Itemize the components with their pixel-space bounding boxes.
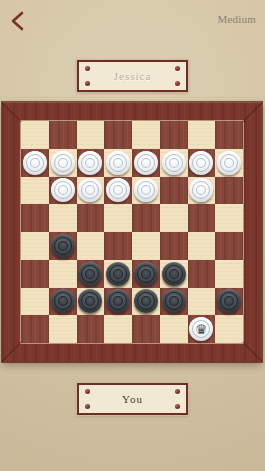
frame-miter	[1, 341, 22, 362]
piece-ring	[54, 237, 72, 255]
piece-ring	[81, 181, 99, 199]
square-r1c8[interactable]	[215, 121, 243, 149]
square-r5c4[interactable]	[104, 232, 132, 260]
board: ♛	[2, 102, 262, 362]
square-r8c7[interactable]: ♛	[188, 315, 216, 343]
piece-ring	[109, 154, 127, 172]
square-r6c7[interactable]	[188, 260, 216, 288]
square-r1c2[interactable]	[49, 121, 77, 149]
square-r8c5[interactable]	[132, 315, 160, 343]
square-r6c4[interactable]	[104, 260, 132, 288]
square-r8c6[interactable]	[160, 315, 188, 343]
square-r5c5[interactable]	[132, 232, 160, 260]
square-r7c2[interactable]	[49, 288, 77, 316]
square-r5c8[interactable]	[215, 232, 243, 260]
square-r4c4[interactable]	[104, 204, 132, 232]
screw-icon	[175, 66, 180, 71]
white-king-piece[interactable]: ♛	[189, 317, 213, 341]
piece-ring	[81, 292, 99, 310]
board-grid: ♛	[21, 121, 243, 343]
piece-ring	[109, 292, 127, 310]
white-piece[interactable]	[106, 178, 130, 202]
screw-icon	[175, 404, 180, 409]
square-r2c2[interactable]	[49, 149, 77, 177]
back-chevron-icon	[6, 8, 32, 34]
square-r6c6[interactable]	[160, 260, 188, 288]
piece-ring	[81, 154, 99, 172]
square-r3c6[interactable]	[160, 177, 188, 205]
square-r7c3[interactable]	[77, 288, 105, 316]
white-piece[interactable]	[51, 178, 75, 202]
white-piece[interactable]	[78, 151, 102, 175]
black-piece[interactable]	[51, 234, 75, 258]
piece-ring	[109, 265, 127, 283]
square-r6c2[interactable]	[49, 260, 77, 288]
screw-icon	[175, 389, 180, 394]
screw-icon	[85, 404, 90, 409]
square-r1c4[interactable]	[104, 121, 132, 149]
square-r8c3[interactable]	[77, 315, 105, 343]
square-r1c1[interactable]	[21, 121, 49, 149]
square-r3c5[interactable]	[132, 177, 160, 205]
difficulty-label: Medium	[218, 13, 256, 25]
square-r1c7[interactable]	[188, 121, 216, 149]
square-r4c7[interactable]	[188, 204, 216, 232]
piece-ring	[192, 181, 210, 199]
square-r5c3[interactable]	[77, 232, 105, 260]
opponent-nameplate: Jessica	[77, 60, 188, 92]
piece-ring	[54, 181, 72, 199]
black-piece[interactable]	[217, 289, 241, 313]
you-nameplate: You	[77, 383, 188, 415]
header: Medium	[0, 0, 265, 34]
white-piece[interactable]	[189, 178, 213, 202]
square-r4c8[interactable]	[215, 204, 243, 232]
square-r2c7[interactable]	[188, 149, 216, 177]
black-piece[interactable]	[106, 289, 130, 313]
square-r3c7[interactable]	[188, 177, 216, 205]
square-r2c5[interactable]	[132, 149, 160, 177]
screw-icon	[85, 66, 90, 71]
black-piece[interactable]	[78, 289, 102, 313]
frame-miter	[242, 102, 263, 123]
square-r1c3[interactable]	[77, 121, 105, 149]
white-piece[interactable]	[162, 151, 186, 175]
piece-ring	[165, 154, 183, 172]
piece-ring	[137, 154, 155, 172]
square-r8c4[interactable]	[104, 315, 132, 343]
piece-ring	[165, 265, 183, 283]
black-piece[interactable]	[106, 262, 130, 286]
square-r2c3[interactable]	[77, 149, 105, 177]
white-piece[interactable]	[134, 178, 158, 202]
square-r5c6[interactable]	[160, 232, 188, 260]
square-r7c8[interactable]	[215, 288, 243, 316]
black-piece[interactable]	[51, 289, 75, 313]
screw-icon	[85, 389, 90, 394]
white-piece[interactable]	[51, 151, 75, 175]
frame-miter	[242, 341, 263, 362]
square-r7c6[interactable]	[160, 288, 188, 316]
back-button[interactable]	[6, 8, 32, 34]
square-r2c6[interactable]	[160, 149, 188, 177]
square-r7c4[interactable]	[104, 288, 132, 316]
square-r7c1[interactable]	[21, 288, 49, 316]
square-r8c2[interactable]	[49, 315, 77, 343]
black-piece[interactable]	[134, 262, 158, 286]
piece-ring	[137, 265, 155, 283]
piece-ring	[137, 292, 155, 310]
square-r4c6[interactable]	[160, 204, 188, 232]
square-r4c2[interactable]	[49, 204, 77, 232]
square-r2c1[interactable]	[21, 149, 49, 177]
square-r3c4[interactable]	[104, 177, 132, 205]
black-piece[interactable]	[162, 262, 186, 286]
white-piece[interactable]	[106, 151, 130, 175]
white-piece[interactable]	[134, 151, 158, 175]
square-r4c1[interactable]	[21, 204, 49, 232]
square-r3c8[interactable]	[215, 177, 243, 205]
square-r5c1[interactable]	[21, 232, 49, 260]
square-r2c4[interactable]	[104, 149, 132, 177]
square-r8c1[interactable]	[21, 315, 49, 343]
checkers-app-screen: Medium Jessica ♛ You	[0, 0, 265, 471]
square-r3c1[interactable]	[21, 177, 49, 205]
you-name: You	[122, 393, 143, 405]
piece-ring	[165, 292, 183, 310]
frame-miter	[1, 102, 22, 123]
piece-ring	[109, 181, 127, 199]
crown-icon: ♛	[189, 317, 213, 341]
piece-ring	[54, 292, 72, 310]
black-piece[interactable]	[134, 289, 158, 313]
piece-ring	[192, 154, 210, 172]
black-piece[interactable]	[78, 262, 102, 286]
white-piece[interactable]	[189, 151, 213, 175]
square-r6c3[interactable]	[77, 260, 105, 288]
white-piece[interactable]	[78, 178, 102, 202]
piece-ring	[26, 154, 44, 172]
piece-ring	[220, 154, 238, 172]
square-r4c5[interactable]	[132, 204, 160, 232]
piece-ring	[81, 265, 99, 283]
piece-ring	[54, 154, 72, 172]
white-piece[interactable]	[217, 151, 241, 175]
square-r3c3[interactable]	[77, 177, 105, 205]
square-r7c7[interactable]	[188, 288, 216, 316]
square-r8c8[interactable]	[215, 315, 243, 343]
square-r4c3[interactable]	[77, 204, 105, 232]
square-r5c2[interactable]	[49, 232, 77, 260]
black-piece[interactable]	[162, 289, 186, 313]
piece-ring	[137, 181, 155, 199]
white-piece[interactable]	[23, 151, 47, 175]
square-r1c5[interactable]	[132, 121, 160, 149]
square-r3c2[interactable]	[49, 177, 77, 205]
square-r1c6[interactable]	[160, 121, 188, 149]
screw-icon	[175, 81, 180, 86]
square-r2c8[interactable]	[215, 149, 243, 177]
opponent-name: Jessica	[114, 70, 152, 82]
square-r6c8[interactable]	[215, 260, 243, 288]
square-r6c5[interactable]	[132, 260, 160, 288]
piece-ring	[220, 292, 238, 310]
screw-icon	[85, 81, 90, 86]
square-r7c5[interactable]	[132, 288, 160, 316]
square-r5c7[interactable]	[188, 232, 216, 260]
square-r6c1[interactable]	[21, 260, 49, 288]
